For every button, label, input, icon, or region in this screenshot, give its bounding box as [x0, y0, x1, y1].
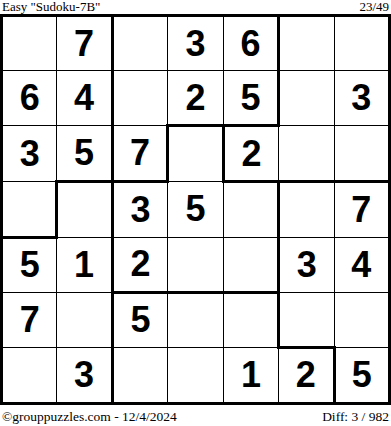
cell-r2c6[interactable]: [279, 71, 334, 126]
cell-r5c3: 2: [112, 237, 167, 292]
cell-r2c4: 2: [168, 71, 223, 126]
progress-counter: 23/49: [359, 0, 389, 14]
board-row-4: 357: [2, 182, 390, 237]
cell-r7c6: 2: [279, 347, 334, 403]
puzzle-page: Easy "Sudoku-7B" 23/49 73664253357235751…: [0, 0, 391, 426]
cell-r2c3[interactable]: [112, 71, 167, 126]
cell-r5c5[interactable]: [223, 237, 278, 292]
cell-r4c1[interactable]: [2, 182, 57, 237]
cell-r3c5: 2: [223, 126, 278, 182]
cell-r1c5: 6: [223, 16, 278, 71]
cell-r4c5[interactable]: [223, 182, 278, 237]
cell-r6c7[interactable]: [334, 292, 389, 347]
cell-r1c7[interactable]: [334, 16, 389, 71]
board-row-1: 736: [2, 16, 390, 71]
cell-r7c2: 3: [57, 347, 112, 403]
board-row-6: 75: [2, 292, 390, 347]
cell-r5c6: 3: [279, 237, 334, 292]
cell-r1c2: 7: [57, 16, 112, 71]
cell-r3c1: 3: [2, 126, 57, 182]
sudoku-board: 73664253357235751234753125: [0, 14, 391, 405]
cell-r3c4[interactable]: [168, 126, 223, 182]
puzzle-title: Easy "Sudoku-7B": [2, 0, 100, 14]
cell-r1c3[interactable]: [112, 16, 167, 71]
cell-r7c7: 5: [334, 347, 389, 403]
cell-r6c2[interactable]: [57, 292, 112, 347]
cell-r3c7[interactable]: [334, 126, 389, 182]
cell-r2c2: 4: [57, 71, 112, 126]
cell-r3c2: 5: [57, 126, 112, 182]
site-credit: ©grouppuzzles.com - 12/4/2024: [2, 409, 177, 425]
cell-r4c3: 3: [112, 182, 167, 237]
cell-r7c4[interactable]: [168, 347, 223, 403]
header-bar: Easy "Sudoku-7B" 23/49: [2, 0, 389, 14]
cell-r2c1: 6: [2, 71, 57, 126]
cell-r6c1: 7: [2, 292, 57, 347]
cell-r3c6[interactable]: [279, 126, 334, 182]
cell-r7c1[interactable]: [2, 347, 57, 403]
cell-r6c3: 5: [112, 292, 167, 347]
cell-r5c4[interactable]: [168, 237, 223, 292]
cell-r1c4: 3: [168, 16, 223, 71]
cell-r4c7: 7: [334, 182, 389, 237]
difficulty-label: Diff: 3 / 982: [322, 409, 389, 425]
cell-r5c2: 1: [57, 237, 112, 292]
board-row-7: 3125: [2, 347, 390, 403]
board-row-3: 3572: [2, 126, 390, 182]
board-container: 73664253357235751234753125: [0, 14, 391, 405]
cell-r3c3: 7: [112, 126, 167, 182]
cell-r5c1: 5: [2, 237, 57, 292]
cell-r1c6[interactable]: [279, 16, 334, 71]
cell-r2c7: 3: [334, 71, 389, 126]
cell-r5c7: 4: [334, 237, 389, 292]
cell-r6c4[interactable]: [168, 292, 223, 347]
cell-r4c4: 5: [168, 182, 223, 237]
cell-r1c1[interactable]: [2, 16, 57, 71]
cell-r7c3[interactable]: [112, 347, 167, 403]
cell-r4c2[interactable]: [57, 182, 112, 237]
cell-r2c5: 5: [223, 71, 278, 126]
board-row-2: 64253: [2, 71, 390, 126]
cell-r7c5: 1: [223, 347, 278, 403]
cell-r4c6[interactable]: [279, 182, 334, 237]
board-row-5: 51234: [2, 237, 390, 292]
footer-bar: ©grouppuzzles.com - 12/4/2024 Diff: 3 / …: [2, 408, 389, 425]
cell-r6c5[interactable]: [223, 292, 278, 347]
cell-r6c6[interactable]: [279, 292, 334, 347]
